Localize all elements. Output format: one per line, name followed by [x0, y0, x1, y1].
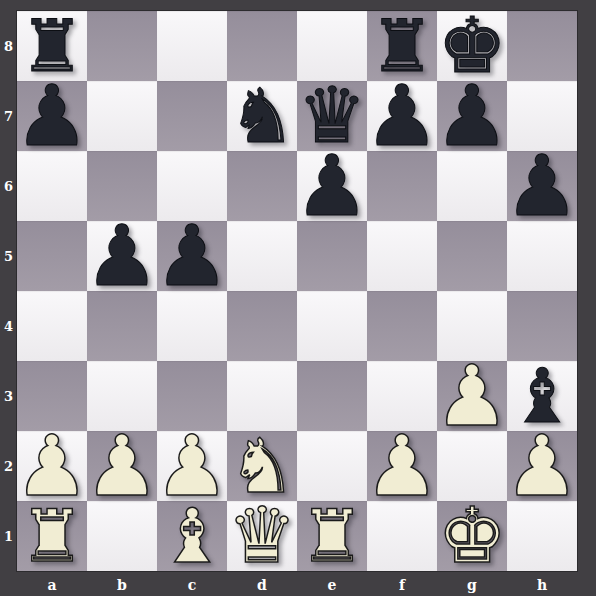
white-rook[interactable]: ♜ [20, 501, 85, 571]
square-b7[interactable] [87, 81, 157, 151]
square-a7[interactable]: ♟ [17, 81, 87, 151]
white-pawn[interactable]: ♟ [84, 431, 159, 501]
board-frame: 87654321 ♜♜♚♟♞♛♟♟♟♟♟♟♟♝♟♟♟♞♟♟♜♝♛♜♚ abcde… [0, 0, 596, 596]
square-h8[interactable] [507, 11, 577, 81]
square-f4[interactable] [367, 291, 437, 361]
file-label-d: d [227, 572, 297, 596]
square-g5[interactable] [437, 221, 507, 291]
square-f2[interactable]: ♟ [367, 431, 437, 501]
square-d5[interactable] [227, 221, 297, 291]
white-pawn[interactable]: ♟ [14, 431, 89, 501]
square-e3[interactable] [297, 361, 367, 431]
square-e2[interactable] [297, 431, 367, 501]
square-c7[interactable] [157, 81, 227, 151]
square-d7[interactable]: ♞ [227, 81, 297, 151]
square-f5[interactable] [367, 221, 437, 291]
square-e6[interactable]: ♟ [297, 151, 367, 221]
square-h2[interactable]: ♟ [507, 431, 577, 501]
square-a1[interactable]: ♜ [17, 501, 87, 571]
square-e4[interactable] [297, 291, 367, 361]
square-a2[interactable]: ♟ [17, 431, 87, 501]
white-bishop[interactable]: ♝ [158, 501, 225, 571]
file-label-e: e [297, 572, 367, 596]
square-c2[interactable]: ♟ [157, 431, 227, 501]
black-pawn[interactable]: ♟ [294, 151, 369, 221]
file-label-g: g [437, 572, 507, 596]
file-label-f: f [367, 572, 437, 596]
square-d1[interactable]: ♛ [227, 501, 297, 571]
square-c1[interactable]: ♝ [157, 501, 227, 571]
white-rook[interactable]: ♜ [300, 501, 365, 571]
square-g3[interactable]: ♟ [437, 361, 507, 431]
chess-board: ♜♜♚♟♞♛♟♟♟♟♟♟♟♝♟♟♟♞♟♟♜♝♛♜♚ [17, 11, 577, 571]
square-d4[interactable] [227, 291, 297, 361]
black-pawn[interactable]: ♟ [364, 81, 439, 151]
square-e1[interactable]: ♜ [297, 501, 367, 571]
white-pawn[interactable]: ♟ [504, 431, 579, 501]
square-b8[interactable] [87, 11, 157, 81]
square-b2[interactable]: ♟ [87, 431, 157, 501]
black-pawn[interactable]: ♟ [84, 221, 159, 291]
black-pawn[interactable]: ♟ [154, 221, 229, 291]
square-b5[interactable]: ♟ [87, 221, 157, 291]
black-knight[interactable]: ♞ [228, 81, 295, 151]
square-a4[interactable] [17, 291, 87, 361]
black-pawn[interactable]: ♟ [434, 81, 509, 151]
square-c8[interactable] [157, 11, 227, 81]
square-d6[interactable] [227, 151, 297, 221]
white-pawn[interactable]: ♟ [364, 431, 439, 501]
square-d3[interactable] [227, 361, 297, 431]
file-label-c: c [157, 572, 227, 596]
file-label-h: h [507, 572, 577, 596]
rank-label-4: 4 [0, 291, 17, 361]
square-f7[interactable]: ♟ [367, 81, 437, 151]
file-label-b: b [87, 572, 157, 596]
square-h6[interactable]: ♟ [507, 151, 577, 221]
file-label-a: a [17, 572, 87, 596]
black-pawn[interactable]: ♟ [504, 151, 579, 221]
black-pawn[interactable]: ♟ [14, 81, 89, 151]
file-labels: abcdefgh [17, 572, 577, 596]
square-c5[interactable]: ♟ [157, 221, 227, 291]
white-king[interactable]: ♚ [437, 501, 506, 571]
rank-label-5: 5 [0, 221, 17, 291]
square-a5[interactable] [17, 221, 87, 291]
square-g7[interactable]: ♟ [437, 81, 507, 151]
square-g1[interactable]: ♚ [437, 501, 507, 571]
white-pawn[interactable]: ♟ [434, 361, 509, 431]
square-h4[interactable] [507, 291, 577, 361]
white-queen[interactable]: ♛ [227, 501, 296, 571]
square-d8[interactable] [227, 11, 297, 81]
white-pawn[interactable]: ♟ [154, 431, 229, 501]
